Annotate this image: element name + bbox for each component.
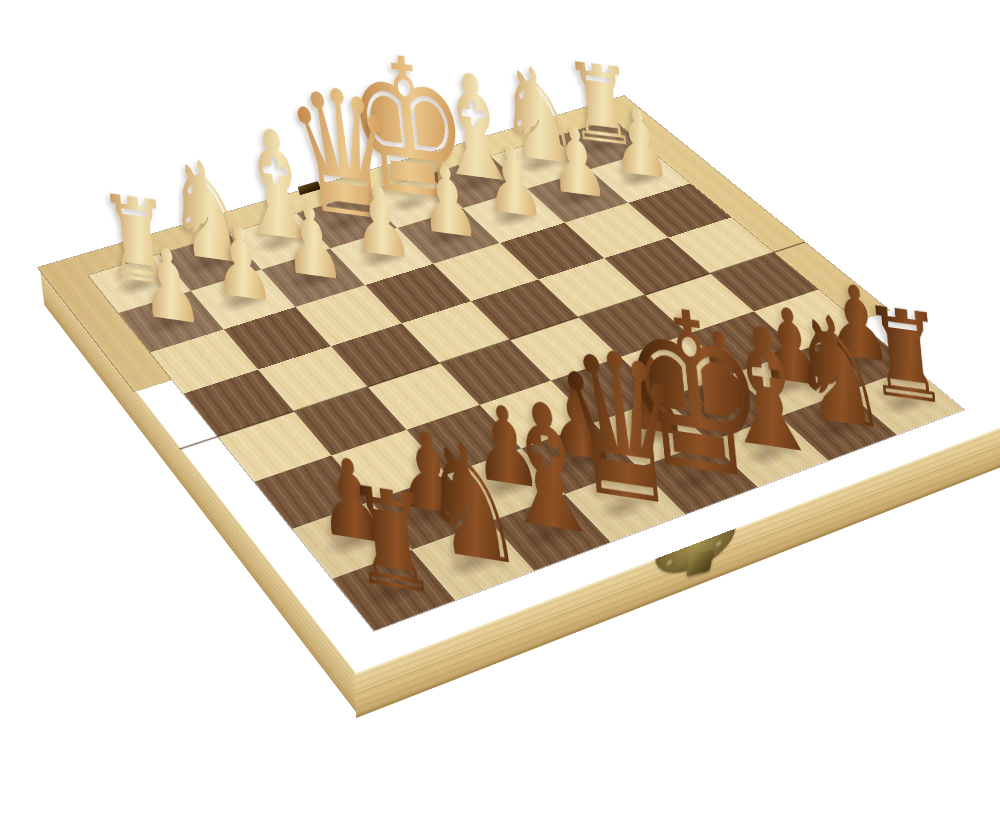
photo-canvas: ♜♞♝♛♚♝♞♜♟♟♟♟♟♟♟♟♟♟♟♟♟♟♟♟♜♞♝♛♚♝♞♜ <box>0 0 1000 828</box>
chess-set-scene: ♜♞♝♛♚♝♞♜♟♟♟♟♟♟♟♟♟♟♟♟♟♟♟♟♜♞♝♛♚♝♞♜ <box>150 0 870 700</box>
clasp-screw-icon <box>716 539 725 550</box>
board-frame: ♜♞♝♛♚♝♞♜♟♟♟♟♟♟♟♟♟♟♟♟♟♟♟♟♜♞♝♛♚♝♞♜ <box>38 96 1000 674</box>
folding-chess-box: ♜♞♝♛♚♝♞♜♟♟♟♟♟♟♟♟♟♟♟♟♟♟♟♟♜♞♝♛♚♝♞♜ <box>38 96 1000 674</box>
clasp-screw-icon <box>666 557 675 568</box>
chess-board: ♜♞♝♛♚♝♞♜♟♟♟♟♟♟♟♟♟♟♟♟♟♟♟♟♜♞♝♛♚♝♞♜ <box>88 120 963 631</box>
